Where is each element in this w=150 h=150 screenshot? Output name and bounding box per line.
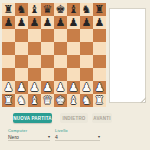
white-pawn: ♟ xyxy=(56,81,66,94)
square-a6[interactable] xyxy=(2,29,15,42)
square-f1[interactable]: ♝ xyxy=(67,94,80,107)
computer-select-value: Nero xyxy=(8,134,19,140)
new-game-button[interactable]: NUOVA PARTITA xyxy=(13,113,52,123)
square-h4[interactable] xyxy=(93,55,106,68)
black-pawn: ♟ xyxy=(17,16,27,29)
black-rook: ♜ xyxy=(95,3,105,16)
black-pawn: ♟ xyxy=(69,16,79,29)
square-b8[interactable]: ♞ xyxy=(15,3,28,16)
chevron-down-icon: ▾ xyxy=(48,134,50,139)
square-f3[interactable] xyxy=(67,68,80,81)
white-pawn: ♟ xyxy=(43,81,53,94)
square-a1[interactable]: ♜ xyxy=(2,94,15,107)
square-d1[interactable]: ♛ xyxy=(41,94,54,107)
white-pawn: ♟ xyxy=(69,81,79,94)
black-bishop: ♝ xyxy=(30,3,40,16)
white-knight: ♞ xyxy=(82,94,92,107)
square-e4[interactable] xyxy=(54,55,67,68)
square-h3[interactable] xyxy=(93,68,106,81)
move-list-textarea[interactable] xyxy=(109,8,146,103)
white-pawn: ♟ xyxy=(4,81,14,94)
chess-board: ♜♞♝♛♚♝♞♜♟♟♟♟♟♟♟♟♟♟♟♟♟♟♟♟♜♞♝♛♚♝♞♜ xyxy=(2,3,106,107)
black-pawn: ♟ xyxy=(56,16,66,29)
square-f5[interactable] xyxy=(67,42,80,55)
black-pawn: ♟ xyxy=(43,16,53,29)
white-bishop: ♝ xyxy=(69,94,79,107)
square-a7[interactable]: ♟ xyxy=(2,16,15,29)
white-rook: ♜ xyxy=(95,94,105,107)
undo-button[interactable]: INDIETRO xyxy=(60,113,88,123)
computer-select[interactable]: Nero ▾ xyxy=(8,133,50,141)
square-f7[interactable]: ♟ xyxy=(67,16,80,29)
square-c1[interactable]: ♝ xyxy=(28,94,41,107)
white-king: ♚ xyxy=(56,94,66,107)
square-c7[interactable]: ♟ xyxy=(28,16,41,29)
black-pawn: ♟ xyxy=(95,16,105,29)
square-c6[interactable] xyxy=(28,29,41,42)
square-h1[interactable]: ♜ xyxy=(93,94,106,107)
square-h7[interactable]: ♟ xyxy=(93,16,106,29)
square-b4[interactable] xyxy=(15,55,28,68)
white-queen: ♛ xyxy=(43,94,53,107)
square-g1[interactable]: ♞ xyxy=(80,94,93,107)
square-h2[interactable]: ♟ xyxy=(93,81,106,94)
square-a5[interactable] xyxy=(2,42,15,55)
square-g7[interactable]: ♟ xyxy=(80,16,93,29)
square-g4[interactable] xyxy=(80,55,93,68)
square-g6[interactable] xyxy=(80,29,93,42)
black-knight: ♞ xyxy=(82,3,92,16)
square-h6[interactable] xyxy=(93,29,106,42)
black-pawn: ♟ xyxy=(30,16,40,29)
square-d5[interactable] xyxy=(41,42,54,55)
black-pawn: ♟ xyxy=(4,16,14,29)
white-pawn: ♟ xyxy=(95,81,105,94)
square-a4[interactable] xyxy=(2,55,15,68)
square-c2[interactable]: ♟ xyxy=(28,81,41,94)
square-h5[interactable] xyxy=(93,42,106,55)
chevron-down-icon: ▾ xyxy=(98,134,100,139)
black-rook: ♜ xyxy=(4,3,14,16)
square-e3[interactable] xyxy=(54,68,67,81)
redo-button[interactable]: AVANTI xyxy=(92,113,112,123)
white-pawn: ♟ xyxy=(82,81,92,94)
square-g5[interactable] xyxy=(80,42,93,55)
square-b3[interactable] xyxy=(15,68,28,81)
square-a3[interactable] xyxy=(2,68,15,81)
square-f6[interactable] xyxy=(67,29,80,42)
white-rook: ♜ xyxy=(4,94,14,107)
square-c5[interactable] xyxy=(28,42,41,55)
level-select-value: 4 xyxy=(55,134,58,140)
square-e1[interactable]: ♚ xyxy=(54,94,67,107)
square-b7[interactable]: ♟ xyxy=(15,16,28,29)
square-f8[interactable]: ♝ xyxy=(67,3,80,16)
square-f4[interactable] xyxy=(67,55,80,68)
square-g2[interactable]: ♟ xyxy=(80,81,93,94)
square-d7[interactable]: ♟ xyxy=(41,16,54,29)
square-c4[interactable] xyxy=(28,55,41,68)
square-d3[interactable] xyxy=(41,68,54,81)
black-queen: ♛ xyxy=(43,3,53,16)
square-d2[interactable]: ♟ xyxy=(41,81,54,94)
square-b6[interactable] xyxy=(15,29,28,42)
square-h8[interactable]: ♜ xyxy=(93,3,106,16)
white-knight: ♞ xyxy=(17,94,27,107)
square-a2[interactable]: ♟ xyxy=(2,81,15,94)
square-b5[interactable] xyxy=(15,42,28,55)
black-bishop: ♝ xyxy=(69,3,79,16)
square-d4[interactable] xyxy=(41,55,54,68)
black-knight: ♞ xyxy=(17,3,27,16)
square-e7[interactable]: ♟ xyxy=(54,16,67,29)
white-bishop: ♝ xyxy=(30,94,40,107)
square-e5[interactable] xyxy=(54,42,67,55)
black-king: ♚ xyxy=(56,3,66,16)
square-c8[interactable]: ♝ xyxy=(28,3,41,16)
square-e6[interactable] xyxy=(54,29,67,42)
square-g8[interactable]: ♞ xyxy=(80,3,93,16)
black-pawn: ♟ xyxy=(82,16,92,29)
square-g3[interactable] xyxy=(80,68,93,81)
square-d6[interactable] xyxy=(41,29,54,42)
square-a8[interactable]: ♜ xyxy=(2,3,15,16)
square-d8[interactable]: ♛ xyxy=(41,3,54,16)
square-b2[interactable]: ♟ xyxy=(15,81,28,94)
square-e8[interactable]: ♚ xyxy=(54,3,67,16)
white-pawn: ♟ xyxy=(17,81,27,94)
square-c3[interactable] xyxy=(28,68,41,81)
square-b1[interactable]: ♞ xyxy=(15,94,28,107)
level-select[interactable]: 4 ▾ xyxy=(55,133,100,141)
square-e2[interactable]: ♟ xyxy=(54,81,67,94)
white-pawn: ♟ xyxy=(30,81,40,94)
square-f2[interactable]: ♟ xyxy=(67,81,80,94)
